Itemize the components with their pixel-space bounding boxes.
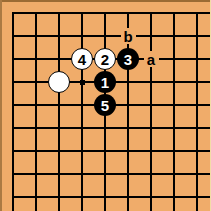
white-stone-4: 4 (71, 48, 93, 70)
stone-number: 4 (78, 52, 86, 67)
grid-line-horizontal (12, 196, 211, 198)
point-label-b: b (121, 28, 136, 44)
grid-line-vertical (58, 12, 60, 211)
stone-number: 2 (101, 52, 109, 67)
frame-left (0, 0, 2, 211)
grid-line-vertical (35, 12, 37, 211)
stone-number: 5 (101, 98, 109, 113)
frame-right (210, 0, 211, 211)
grid-line-vertical (12, 12, 14, 211)
frame-top (0, 0, 211, 2)
grid-line-horizontal (12, 35, 211, 37)
go-diagram: ab42315 (0, 0, 211, 211)
point-label-a: a (144, 51, 159, 67)
grid-line-vertical (173, 12, 175, 211)
black-stone-3: 3 (117, 48, 139, 70)
grid-line-vertical (81, 12, 83, 211)
stone-number: 3 (124, 52, 132, 67)
grid-line-horizontal (12, 127, 211, 129)
black-stone-5: 5 (94, 94, 116, 116)
stone-number: 1 (101, 75, 109, 90)
white-stone (48, 71, 70, 93)
grid-line-vertical (196, 12, 198, 211)
black-stone-1: 1 (94, 71, 116, 93)
grid-line-horizontal (12, 12, 211, 14)
white-stone-2: 2 (94, 48, 116, 70)
grid-line-horizontal (12, 150, 211, 152)
grid-line-vertical (150, 12, 152, 211)
grid-line-horizontal (12, 173, 211, 175)
star-point (80, 80, 85, 85)
